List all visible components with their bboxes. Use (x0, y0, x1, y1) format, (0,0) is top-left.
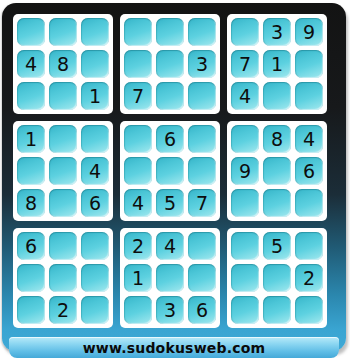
cell-r8c7[interactable] (231, 264, 259, 292)
cell-r4c7[interactable] (231, 125, 259, 153)
cell-r1c6[interactable] (188, 18, 216, 46)
cell-r6c7[interactable] (231, 189, 259, 217)
cell-r3c4[interactable]: 7 (124, 82, 152, 110)
cell-r1c4[interactable] (124, 18, 152, 46)
cell-r2c3[interactable] (81, 50, 109, 78)
cell-r2c7[interactable]: 7 (231, 50, 259, 78)
cell-r1c2[interactable] (49, 18, 77, 46)
cell-r1c8[interactable]: 3 (263, 18, 291, 46)
cell-r1c5[interactable] (156, 18, 184, 46)
cell-r5c9[interactable]: 6 (295, 157, 323, 185)
cell-r8c6[interactable] (188, 264, 216, 292)
sudoku-grid: 4813739714148664578496622413652 (2, 3, 338, 334)
sudoku-block-9: 52 (227, 228, 327, 328)
sudoku-block-4: 1486 (13, 121, 113, 221)
cell-r8c9[interactable]: 2 (295, 264, 323, 292)
cell-r5c6[interactable] (188, 157, 216, 185)
cell-r7c1[interactable]: 6 (17, 232, 45, 260)
sudoku-block-5: 6457 (120, 121, 220, 221)
cell-r5c2[interactable] (49, 157, 77, 185)
footer-band: www.sudokusweb.com (9, 337, 339, 358)
cell-r4c8[interactable]: 8 (263, 125, 291, 153)
cell-r8c2[interactable] (49, 264, 77, 292)
site-url-label: www.sudokusweb.com (83, 340, 266, 356)
sudoku-block-7: 62 (13, 228, 113, 328)
cell-r8c1[interactable] (17, 264, 45, 292)
cell-r2c8[interactable]: 1 (263, 50, 291, 78)
cell-r8c4[interactable]: 1 (124, 264, 152, 292)
cell-r5c5[interactable] (156, 157, 184, 185)
cell-r4c6[interactable] (188, 125, 216, 153)
cell-r6c9[interactable] (295, 189, 323, 217)
cell-r6c6[interactable]: 7 (188, 189, 216, 217)
cell-r4c4[interactable] (124, 125, 152, 153)
cell-r7c2[interactable] (49, 232, 77, 260)
cell-r9c9[interactable] (295, 296, 323, 324)
cell-r4c5[interactable]: 6 (156, 125, 184, 153)
cell-r2c9[interactable] (295, 50, 323, 78)
cell-r8c8[interactable] (263, 264, 291, 292)
cell-r6c2[interactable] (49, 189, 77, 217)
cell-r2c4[interactable] (124, 50, 152, 78)
cell-r1c7[interactable] (231, 18, 259, 46)
cell-r3c8[interactable] (263, 82, 291, 110)
cell-r5c3[interactable]: 4 (81, 157, 109, 185)
cell-r7c4[interactable]: 2 (124, 232, 152, 260)
cell-r6c8[interactable] (263, 189, 291, 217)
cell-r2c6[interactable]: 3 (188, 50, 216, 78)
cell-r3c7[interactable]: 4 (231, 82, 259, 110)
cell-r2c1[interactable]: 4 (17, 50, 45, 78)
cell-r7c3[interactable] (81, 232, 109, 260)
cell-r6c4[interactable]: 4 (124, 189, 152, 217)
cell-r7c5[interactable]: 4 (156, 232, 184, 260)
sudoku-block-3: 39714 (227, 14, 327, 114)
cell-r9c4[interactable] (124, 296, 152, 324)
sudoku-board-panel: 4813739714148664578496622413652 www.sudo… (2, 3, 346, 351)
cell-r3c6[interactable] (188, 82, 216, 110)
sudoku-block-6: 8496 (227, 121, 327, 221)
cell-r3c3[interactable]: 1 (81, 82, 109, 110)
sudoku-block-8: 24136 (120, 228, 220, 328)
sudoku-block-2: 37 (120, 14, 220, 114)
cell-r4c3[interactable] (81, 125, 109, 153)
cell-r4c2[interactable] (49, 125, 77, 153)
cell-r5c4[interactable] (124, 157, 152, 185)
cell-r3c9[interactable] (295, 82, 323, 110)
cell-r6c1[interactable]: 8 (17, 189, 45, 217)
cell-r2c5[interactable] (156, 50, 184, 78)
cell-r7c6[interactable] (188, 232, 216, 260)
cell-r5c1[interactable] (17, 157, 45, 185)
cell-r1c3[interactable] (81, 18, 109, 46)
cell-r9c6[interactable]: 6 (188, 296, 216, 324)
cell-r9c2[interactable]: 2 (49, 296, 77, 324)
cell-r5c7[interactable]: 9 (231, 157, 259, 185)
cell-r8c5[interactable] (156, 264, 184, 292)
cell-r7c8[interactable]: 5 (263, 232, 291, 260)
sudoku-block-1: 481 (13, 14, 113, 114)
cell-r3c5[interactable] (156, 82, 184, 110)
cell-r6c5[interactable]: 5 (156, 189, 184, 217)
cell-r2c2[interactable]: 8 (49, 50, 77, 78)
cell-r3c1[interactable] (17, 82, 45, 110)
cell-r9c7[interactable] (231, 296, 259, 324)
cell-r1c9[interactable]: 9 (295, 18, 323, 46)
cell-r7c7[interactable] (231, 232, 259, 260)
cell-r5c8[interactable] (263, 157, 291, 185)
cell-r4c1[interactable]: 1 (17, 125, 45, 153)
cell-r9c1[interactable] (17, 296, 45, 324)
cell-r9c3[interactable] (81, 296, 109, 324)
cell-r8c3[interactable] (81, 264, 109, 292)
cell-r9c5[interactable]: 3 (156, 296, 184, 324)
cell-r1c1[interactable] (17, 18, 45, 46)
cell-r6c3[interactable]: 6 (81, 189, 109, 217)
cell-r4c9[interactable]: 4 (295, 125, 323, 153)
cell-r3c2[interactable] (49, 82, 77, 110)
cell-r7c9[interactable] (295, 232, 323, 260)
cell-r9c8[interactable] (263, 296, 291, 324)
